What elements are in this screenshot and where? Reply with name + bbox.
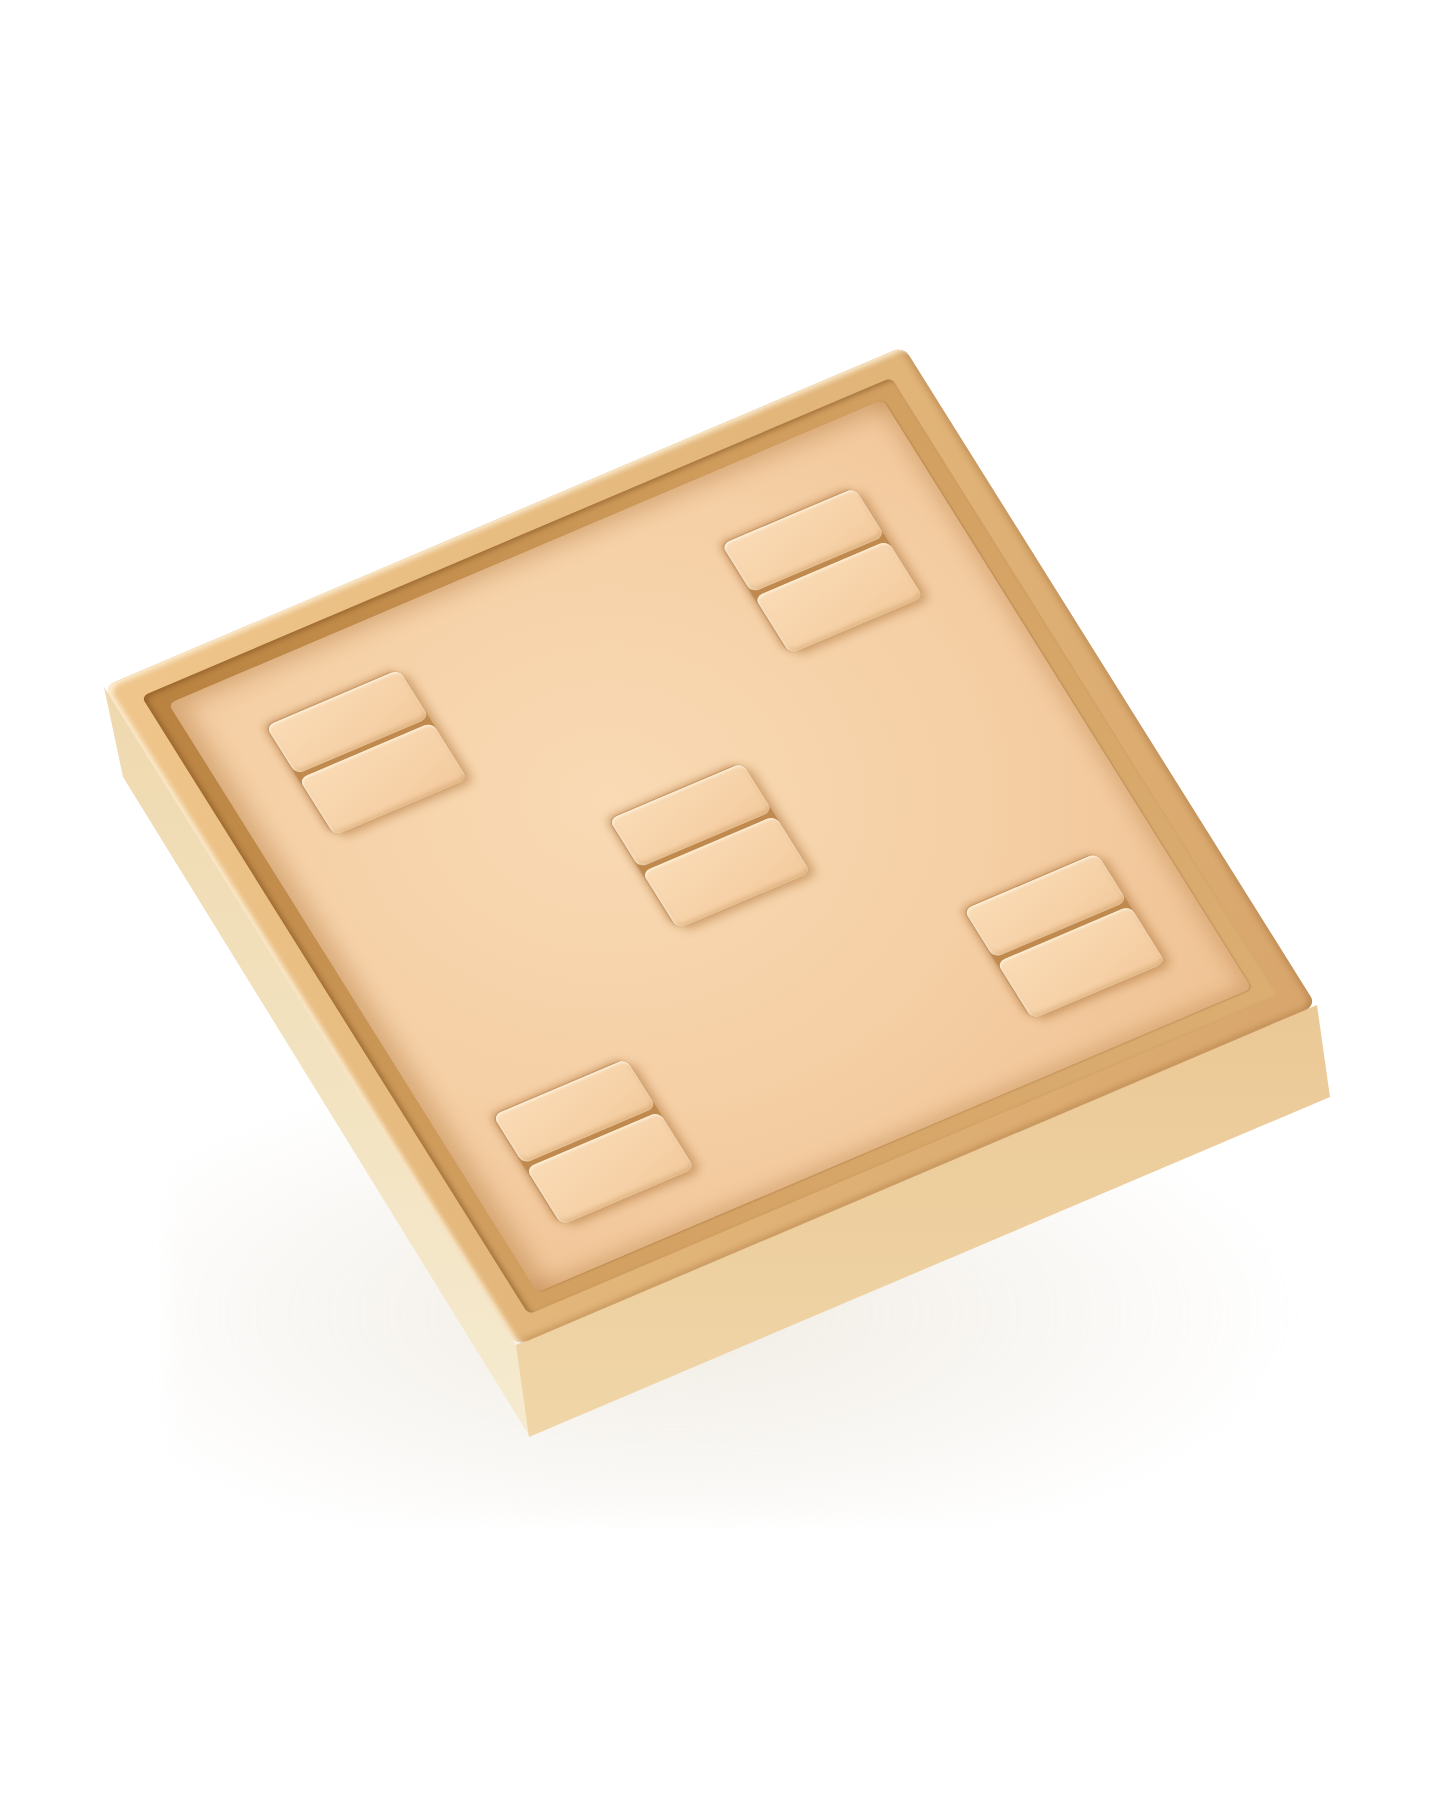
ring-cushion-center bbox=[609, 763, 811, 930]
ring-cushion-bottom-right bbox=[964, 853, 1166, 1020]
ring-cushion-top-right bbox=[721, 488, 923, 655]
ring-cushion-bottom-left bbox=[493, 1059, 695, 1226]
ring-cushion-top-left bbox=[266, 669, 468, 836]
product-photo-ring-tray bbox=[0, 0, 1445, 1806]
